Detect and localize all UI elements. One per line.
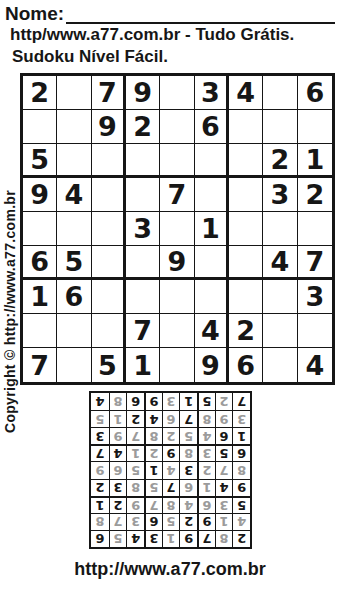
cell-r8c4: 7 (126, 314, 160, 348)
cell-r3c7 (229, 144, 263, 178)
solution-cell-r8c6: 4 (144, 410, 162, 427)
solution-cell-r2c5: 5 (161, 513, 179, 530)
solution-cell-r7c4: 5 (179, 427, 197, 444)
name-row: Nome: (5, 3, 335, 24)
cell-r2c7 (229, 110, 263, 144)
cell-r1c3: 7 (92, 76, 126, 110)
cell-r9c4: 1 (126, 348, 160, 382)
solution-cell-r7c5: 2 (161, 427, 179, 444)
solution-cell-r4c3: 1 (197, 479, 215, 496)
solution-cell-r6c1: 6 (232, 444, 250, 461)
cell-r9c5 (160, 348, 194, 382)
solution-cell-r9c4: 1 (179, 393, 197, 410)
solution-cell-r3c4: 4 (179, 496, 197, 513)
sudoku-board: 279346926521947323165947163742751964 (20, 73, 335, 385)
solution-cell-r9c3: 5 (197, 393, 215, 410)
solution-cell-r1c4: 9 (179, 530, 197, 547)
cell-r7c1: 1 (23, 280, 57, 314)
solution-cell-r1c5: 1 (161, 530, 179, 547)
solution-cell-r2c2: 1 (214, 513, 232, 530)
solution-cell-r6c2: 5 (214, 444, 232, 461)
solution-cell-r3c7: 9 (126, 496, 144, 513)
cell-r3c8: 2 (263, 144, 297, 178)
cell-r3c5 (160, 144, 194, 178)
cell-r4c6 (195, 178, 229, 212)
cell-r4c1: 9 (23, 178, 57, 212)
solution-cell-r4c2: 4 (214, 479, 232, 496)
cell-r5c3 (92, 212, 126, 246)
solution-cell-r5c8: 6 (108, 461, 126, 478)
cell-r1c6: 3 (195, 76, 229, 110)
solution-cell-r5c9: 9 (91, 461, 109, 478)
solution-cell-r7c9: 3 (91, 427, 109, 444)
solution-cell-r6c5: 9 (161, 444, 179, 461)
page-title: http/www.a77.com.br - Tudo Grátis. (10, 24, 340, 46)
cell-r1c5 (160, 76, 194, 110)
solution-cell-r8c8: 1 (108, 410, 126, 427)
solution-cell-r7c2: 6 (214, 427, 232, 444)
cell-r6c2: 5 (57, 246, 91, 280)
solution-cell-r7c6: 8 (144, 427, 162, 444)
cell-r1c2 (57, 76, 91, 110)
solution-cell-r2c7: 3 (126, 513, 144, 530)
cell-r1c7: 4 (229, 76, 263, 110)
solution-cell-r5c7: 5 (126, 461, 144, 478)
solution-cell-r5c2: 7 (214, 461, 232, 478)
cell-r6c7 (229, 246, 263, 280)
solution-cell-r1c8: 5 (108, 530, 126, 547)
cell-r6c3 (92, 246, 126, 280)
solution-cell-r2c6: 6 (144, 513, 162, 530)
cell-r5c7 (229, 212, 263, 246)
solution-board-rotated: 2879134564192563785364879219416758328723… (89, 391, 252, 549)
cell-r4c5: 7 (160, 178, 194, 212)
footer-url: http://www.a77.com.br (0, 559, 340, 580)
cell-r4c4 (126, 178, 160, 212)
cell-r7c3 (92, 280, 126, 314)
cell-r3c2 (57, 144, 91, 178)
cell-r5c2 (57, 212, 91, 246)
cell-r8c6: 4 (195, 314, 229, 348)
solution-cell-r9c7: 6 (126, 393, 144, 410)
solution-cell-r1c6: 3 (144, 530, 162, 547)
cell-r6c4 (126, 246, 160, 280)
cell-r2c1 (23, 110, 57, 144)
solution-cell-r5c3: 2 (197, 461, 215, 478)
solution-cell-r9c6: 9 (144, 393, 162, 410)
cell-r3c6 (195, 144, 229, 178)
cell-r4c3 (92, 178, 126, 212)
cell-r8c1 (23, 314, 57, 348)
cell-r9c9: 4 (298, 348, 332, 382)
cell-r7c2: 6 (57, 280, 91, 314)
solution-cell-r3c9: 1 (91, 496, 109, 513)
cell-r2c6: 6 (195, 110, 229, 144)
cell-r4c9: 2 (298, 178, 332, 212)
cell-r6c6 (195, 246, 229, 280)
cell-r4c2: 4 (57, 178, 91, 212)
cell-r7c4 (126, 280, 160, 314)
solution-cell-r9c8: 8 (108, 393, 126, 410)
solution-cell-r8c9: 5 (91, 410, 109, 427)
solution-cell-r8c2: 9 (214, 410, 232, 427)
solution-cell-r1c1: 2 (232, 530, 250, 547)
cell-r8c7: 2 (229, 314, 263, 348)
solution-cell-r3c6: 7 (144, 496, 162, 513)
solution-cell-r5c1: 8 (232, 461, 250, 478)
solution-cell-r1c3: 7 (197, 530, 215, 547)
cell-r8c5 (160, 314, 194, 348)
cell-r9c6: 9 (195, 348, 229, 382)
cell-r6c9: 7 (298, 246, 332, 280)
solution-cell-r9c5: 3 (161, 393, 179, 410)
cell-r3c9: 1 (298, 144, 332, 178)
name-blank-line (66, 3, 335, 24)
cell-r9c1: 7 (23, 348, 57, 382)
solution-cell-r6c3: 3 (197, 444, 215, 461)
solution-cell-r7c7: 7 (126, 427, 144, 444)
solution-cell-r4c7: 8 (126, 479, 144, 496)
cell-r6c1: 6 (23, 246, 57, 280)
name-label: Nome: (5, 3, 64, 24)
cell-r2c5 (160, 110, 194, 144)
solution-cell-r1c2: 8 (214, 530, 232, 547)
sudoku-print-page: Nome: http/www.a77.com.br - Tudo Grátis.… (0, 0, 340, 596)
cell-r2c2 (57, 110, 91, 144)
cell-r3c1: 5 (23, 144, 57, 178)
copyright-vertical-text: Copyright © http://www.a77.com.br (2, 190, 18, 433)
cell-r8c8 (263, 314, 297, 348)
cell-r9c3: 5 (92, 348, 126, 382)
solution-cell-r9c9: 4 (91, 393, 109, 410)
solution-cell-r4c4: 6 (179, 479, 197, 496)
solution-cell-r4c1: 9 (232, 479, 250, 496)
cell-r1c4: 9 (126, 76, 160, 110)
cell-r9c7: 6 (229, 348, 263, 382)
cell-r2c4: 2 (126, 110, 160, 144)
solution-cell-r4c6: 5 (144, 479, 162, 496)
solution-cell-r8c4: 7 (179, 410, 197, 427)
cell-r1c8 (263, 76, 297, 110)
cell-r8c9 (298, 314, 332, 348)
solution-cell-r5c5: 4 (161, 461, 179, 478)
cell-r5c1 (23, 212, 57, 246)
cell-r7c9: 3 (298, 280, 332, 314)
solution-cell-r4c9: 2 (91, 479, 109, 496)
solution-cell-r8c1: 3 (232, 410, 250, 427)
solution-cell-r7c3: 4 (197, 427, 215, 444)
solution-cell-r6c4: 8 (179, 444, 197, 461)
cell-r5c4: 3 (126, 212, 160, 246)
cell-r6c5: 9 (160, 246, 194, 280)
cell-r4c7 (229, 178, 263, 212)
solution-cell-r3c8: 2 (108, 496, 126, 513)
solution-cell-r9c2: 2 (214, 393, 232, 410)
solution-cell-r2c3: 9 (197, 513, 215, 530)
solution-cell-r5c6: 1 (144, 461, 162, 478)
cell-r2c9 (298, 110, 332, 144)
solution-cell-r2c1: 4 (232, 513, 250, 530)
cell-r1c1: 2 (23, 76, 57, 110)
page-subtitle: Sudoku Nível Fácil. (12, 46, 340, 68)
cell-r5c6: 1 (195, 212, 229, 246)
cell-r7c7 (229, 280, 263, 314)
solution-cell-r4c5: 7 (161, 479, 179, 496)
solution-cell-r7c8: 9 (108, 427, 126, 444)
solution-cell-r2c8: 7 (108, 513, 126, 530)
solution-cell-r1c9: 6 (91, 530, 109, 547)
solution-cell-r5c4: 3 (179, 461, 197, 478)
solution-cell-r3c3: 6 (197, 496, 215, 513)
solution-cell-r8c7: 2 (126, 410, 144, 427)
cell-r1c9: 6 (298, 76, 332, 110)
solution-cell-r2c9: 8 (91, 513, 109, 530)
cell-r3c4 (126, 144, 160, 178)
solution-cell-r8c3: 8 (197, 410, 215, 427)
solution-cell-r7c1: 1 (232, 427, 250, 444)
solution-cell-r6c6: 2 (144, 444, 162, 461)
cell-r2c8 (263, 110, 297, 144)
cell-r7c8 (263, 280, 297, 314)
cell-r5c8 (263, 212, 297, 246)
cell-r9c8 (263, 348, 297, 382)
cell-r7c5 (160, 280, 194, 314)
cell-r4c8: 3 (263, 178, 297, 212)
solution-cell-r6c8: 4 (108, 444, 126, 461)
cell-r3c3 (92, 144, 126, 178)
solution-cell-r9c1: 7 (232, 393, 250, 410)
cell-r5c5 (160, 212, 194, 246)
solution-cell-r2c4: 2 (179, 513, 197, 530)
solution-cell-r4c8: 3 (108, 479, 126, 496)
solution-cell-r3c1: 5 (232, 496, 250, 513)
solution-cell-r6c9: 7 (91, 444, 109, 461)
cell-r8c2 (57, 314, 91, 348)
solution-cell-r1c7: 4 (126, 530, 144, 547)
cell-r2c3: 9 (92, 110, 126, 144)
solution-cell-r3c2: 3 (214, 496, 232, 513)
solution-cell-r8c5: 6 (161, 410, 179, 427)
solution-cell-r6c7: 1 (126, 444, 144, 461)
solution-cell-r3c5: 8 (161, 496, 179, 513)
cell-r8c3 (92, 314, 126, 348)
cell-r5c9 (298, 212, 332, 246)
cell-r6c8: 4 (263, 246, 297, 280)
cell-r9c2 (57, 348, 91, 382)
cell-r7c6 (195, 280, 229, 314)
